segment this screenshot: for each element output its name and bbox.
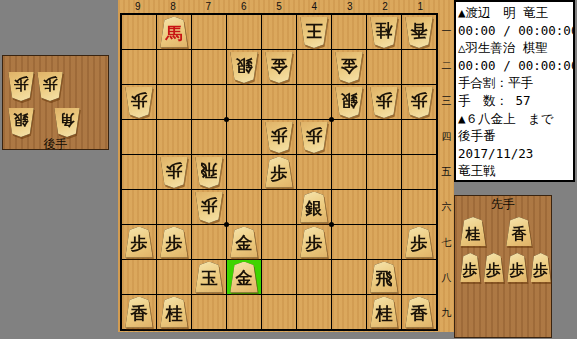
piece-sente-歩[interactable]: 歩 (160, 227, 188, 258)
piece-body: 歩 (125, 227, 153, 258)
piece-body: 金 (230, 262, 258, 293)
piece-sente-歩[interactable]: 歩 (507, 253, 528, 282)
piece-kanji: 香 (131, 305, 148, 322)
piece-body: 銀 (230, 52, 258, 83)
piece-kanji: 桂 (376, 22, 393, 39)
board-cell-3九[interactable] (332, 295, 366, 329)
piece-body: 銀 (335, 87, 363, 118)
piece-kanji: 香 (411, 22, 428, 39)
piece-gote-歩[interactable]: 歩 (370, 87, 398, 118)
piece-gote-歩[interactable]: 歩 (160, 157, 188, 188)
board-cell-4四[interactable]: 歩 (297, 120, 331, 154)
piece-gote-歩[interactable]: 歩 (405, 87, 433, 118)
piece-sente-玉[interactable]: 玉 (195, 262, 223, 293)
piece-sente-歩[interactable]: 歩 (300, 227, 328, 258)
piece-body: 歩 (460, 253, 481, 282)
board-cell-1五[interactable] (402, 155, 436, 189)
piece-kanji: 香 (512, 226, 527, 241)
piece-gote-歩[interactable]: 歩 (125, 87, 153, 118)
info-line: 手 数： 57 (458, 92, 573, 110)
board-cell-8二[interactable] (157, 50, 191, 84)
board-cell-5一[interactable] (262, 15, 296, 49)
piece-kanji: 歩 (131, 235, 148, 252)
board-cell-7七[interactable] (192, 225, 226, 259)
board-cell-6九[interactable] (227, 295, 261, 329)
piece-kanji: 歩 (43, 78, 58, 93)
board-cell-1六[interactable] (402, 190, 436, 224)
board-cell-4三[interactable] (297, 85, 331, 119)
piece-body: 歩 (160, 227, 188, 258)
board-cell-4八[interactable] (297, 260, 331, 294)
tray-row: 桂香 (455, 217, 551, 246)
board-cell-9九[interactable]: 香 (122, 295, 156, 329)
piece-sente-桂[interactable]: 桂 (460, 217, 486, 246)
sente-tray-label: 先手 (455, 197, 551, 211)
piece-kanji: 歩 (14, 78, 29, 93)
piece-body: 王 (300, 17, 328, 48)
piece-kanji: 金 (271, 57, 288, 74)
board-cell-3八[interactable] (332, 260, 366, 294)
piece-body: 飛 (195, 157, 223, 188)
piece-sente-歩[interactable]: 歩 (125, 227, 153, 258)
piece-sente-銀[interactable]: 銀 (300, 192, 328, 223)
board-cell-5六[interactable] (262, 190, 296, 224)
file-label: 8 (155, 0, 190, 13)
board-cell-6四[interactable] (227, 120, 261, 154)
board-cell-6五[interactable] (227, 155, 261, 189)
file-label: 1 (403, 0, 438, 13)
piece-kanji: 歩 (306, 235, 323, 252)
piece-gote-金[interactable]: 金 (265, 52, 293, 83)
board-cell-7五[interactable]: 飛 (192, 155, 226, 189)
info-panel: ▲渡辺 明 竜王00:00 / 00:00:00△羽生善治 棋聖00:00 / … (454, 0, 575, 182)
board-cell-7九[interactable] (192, 295, 226, 329)
board-cell-5四[interactable]: 歩 (262, 120, 296, 154)
rank-label: 二 (439, 48, 454, 83)
rank-label: 三 (439, 84, 454, 119)
board-cell-3三[interactable]: 銀 (332, 85, 366, 119)
gote-hand-pieces: 歩歩銀角 (3, 72, 108, 137)
piece-kanji: 金 (236, 270, 253, 287)
board-cell-1八[interactable] (402, 260, 436, 294)
board-cell-9二[interactable] (122, 50, 156, 84)
board-cell-2八[interactable]: 飛 (367, 260, 401, 294)
board-cell-5八[interactable] (262, 260, 296, 294)
file-label: 5 (261, 0, 296, 13)
piece-kanji: 王 (306, 22, 323, 39)
piece-body: 香 (405, 297, 433, 328)
piece-body: 銀 (300, 192, 328, 223)
piece-sente-香[interactable]: 香 (506, 217, 532, 246)
piece-gote-歩[interactable]: 歩 (8, 72, 34, 101)
board-cell-1二[interactable] (402, 50, 436, 84)
file-label: 7 (191, 0, 226, 13)
board-cell-9四[interactable] (122, 120, 156, 154)
piece-kanji: 歩 (486, 262, 501, 277)
board-cell-2二[interactable] (367, 50, 401, 84)
piece-body: 歩 (265, 122, 293, 153)
piece-sente-香[interactable]: 香 (125, 297, 153, 328)
rank-label: 六 (439, 190, 454, 225)
board-cell-2七[interactable] (367, 225, 401, 259)
gote-tray-label: 後手 (3, 137, 108, 151)
piece-kanji: 歩 (271, 127, 288, 144)
piece-kanji: 桂 (166, 305, 183, 322)
piece-kanji: 歩 (463, 262, 478, 277)
piece-body: 歩 (531, 253, 552, 282)
board-cell-1三[interactable]: 歩 (402, 85, 436, 119)
piece-sente-歩[interactable]: 歩 (460, 253, 481, 282)
board-cell-6二[interactable]: 銀 (227, 50, 261, 84)
info-line: 後手番 (458, 127, 573, 145)
board-cell-8五[interactable]: 歩 (157, 155, 191, 189)
piece-kanji: 銀 (306, 200, 323, 217)
board-cell-2九[interactable]: 桂 (367, 295, 401, 329)
board-cell-1四[interactable] (402, 120, 436, 154)
piece-gote-金[interactable]: 金 (335, 52, 363, 83)
info-line: △羽生善治 棋聖 (458, 39, 573, 57)
board-cell-1七[interactable]: 歩 (402, 225, 436, 259)
piece-body: 歩 (125, 87, 153, 118)
piece-kanji: 歩 (166, 235, 183, 252)
piece-kanji: 歩 (510, 262, 525, 277)
piece-body: 香 (405, 17, 433, 48)
info-line: 00:00 / 00:00:00 (458, 22, 573, 40)
board-cell-6三[interactable] (227, 85, 261, 119)
piece-gote-歩[interactable]: 歩 (37, 72, 63, 101)
board-cell-5七[interactable] (262, 225, 296, 259)
board-cell-7四[interactable] (192, 120, 226, 154)
star-point (224, 117, 229, 122)
piece-kanji: 玉 (201, 270, 218, 287)
piece-kanji: 歩 (411, 235, 428, 252)
piece-kanji: 歩 (166, 162, 183, 179)
board-cell-4五[interactable] (297, 155, 331, 189)
board-cell-5五[interactable]: 歩 (262, 155, 296, 189)
piece-gote-銀[interactable]: 銀 (8, 108, 34, 137)
piece-body: 銀 (8, 108, 34, 137)
board-cell-1九[interactable]: 香 (402, 295, 436, 329)
piece-sente-歩[interactable]: 歩 (405, 227, 433, 258)
board-cell-9五[interactable] (122, 155, 156, 189)
piece-body: 歩 (370, 87, 398, 118)
board-grid: 馬王桂香銀金金歩銀歩歩歩歩歩飛歩歩銀歩歩金歩歩玉金飛香桂桂香 (120, 13, 438, 331)
piece-gote-銀[interactable]: 銀 (335, 87, 363, 118)
tray-row: 歩歩歩歩 (455, 253, 551, 282)
info-line: ▲渡辺 明 竜王 (458, 4, 573, 22)
piece-sente-桂[interactable]: 桂 (370, 297, 398, 328)
piece-body: 飛 (370, 262, 398, 293)
piece-sente-金[interactable]: 金 (230, 262, 258, 293)
piece-kanji: 金 (341, 57, 358, 74)
rank-label: 五 (439, 154, 454, 189)
piece-gote-角[interactable]: 角 (54, 108, 80, 137)
piece-gote-歩[interactable]: 歩 (300, 122, 328, 153)
piece-kanji: 歩 (376, 92, 393, 109)
piece-sente-歩[interactable]: 歩 (265, 157, 293, 188)
board-cell-3二[interactable]: 金 (332, 50, 366, 84)
piece-gote-歩[interactable]: 歩 (265, 122, 293, 153)
rank-label: 九 (439, 296, 454, 331)
board-cell-3六[interactable] (332, 190, 366, 224)
piece-kanji: 角 (60, 114, 75, 129)
board-cell-7二[interactable] (192, 50, 226, 84)
board-cell-5九[interactable] (262, 295, 296, 329)
board-cell-4六[interactable]: 銀 (297, 190, 331, 224)
board-cell-4一[interactable]: 王 (297, 15, 331, 49)
piece-kanji: 香 (411, 305, 428, 322)
piece-gote-飛[interactable]: 飛 (195, 157, 223, 188)
file-label: 3 (332, 0, 367, 13)
tray-row: 銀角 (3, 108, 108, 137)
board-cell-8三[interactable] (157, 85, 191, 119)
board-cell-6七[interactable]: 金 (227, 225, 261, 259)
board-cell-3四[interactable] (332, 120, 366, 154)
info-line: ▲６八金上 まで (458, 110, 573, 128)
piece-kanji: 馬 (166, 25, 183, 42)
piece-sente-桂[interactable]: 桂 (160, 297, 188, 328)
info-line: 竜王戦 (458, 162, 573, 180)
piece-gote-王[interactable]: 王 (300, 17, 328, 48)
piece-gote-香[interactable]: 香 (405, 17, 433, 48)
piece-body: 歩 (405, 87, 433, 118)
piece-kanji: 歩 (271, 165, 288, 182)
piece-sente-飛[interactable]: 飛 (370, 262, 398, 293)
piece-gote-銀[interactable]: 銀 (230, 52, 258, 83)
piece-body: 香 (125, 297, 153, 328)
piece-body: 歩 (507, 253, 528, 282)
sente-captured-tray: 先手 桂香歩歩歩歩 (454, 195, 552, 338)
file-label: 4 (297, 0, 332, 13)
piece-body: 桂 (370, 17, 398, 48)
star-point (329, 222, 334, 227)
rank-label: 一 (439, 13, 454, 48)
board-cell-2五[interactable] (367, 155, 401, 189)
board-cell-6八[interactable]: 金 (227, 260, 261, 294)
board-cell-3五[interactable] (332, 155, 366, 189)
board-cell-6六[interactable] (227, 190, 261, 224)
piece-kanji: 金 (236, 235, 253, 252)
board-cell-3一[interactable] (332, 15, 366, 49)
piece-body: 歩 (195, 192, 223, 223)
board-cell-9一[interactable] (122, 15, 156, 49)
piece-kanji: 歩 (306, 127, 323, 144)
file-label: 2 (367, 0, 402, 13)
rank-label: 四 (439, 119, 454, 154)
piece-kanji: 銀 (14, 114, 29, 129)
board-cell-7三[interactable] (192, 85, 226, 119)
piece-kanji: 飛 (201, 162, 218, 179)
board-cell-2一[interactable]: 桂 (367, 15, 401, 49)
board-cell-5三[interactable] (262, 85, 296, 119)
board-cell-8九[interactable]: 桂 (157, 295, 191, 329)
piece-body: 桂 (460, 217, 486, 246)
info-line: 手合割：平手 (458, 74, 573, 92)
piece-body: 歩 (300, 227, 328, 258)
tray-row: 歩歩 (3, 72, 108, 101)
piece-body: 桂 (370, 297, 398, 328)
board-cell-1一[interactable]: 香 (402, 15, 436, 49)
piece-sente-金[interactable]: 金 (230, 227, 258, 258)
board-cell-3七[interactable] (332, 225, 366, 259)
board-cell-7八[interactable]: 玉 (192, 260, 226, 294)
piece-body: 歩 (484, 253, 505, 282)
sente-hand-pieces: 桂香歩歩歩歩 (455, 217, 551, 282)
piece-sente-歩[interactable]: 歩 (484, 253, 505, 282)
board-cell-4九[interactable] (297, 295, 331, 329)
rank-label: 八 (439, 260, 454, 295)
piece-body: 金 (335, 52, 363, 83)
board-cell-2六[interactable] (367, 190, 401, 224)
board-cell-8七[interactable]: 歩 (157, 225, 191, 259)
piece-body: 香 (506, 217, 532, 246)
board-cell-8一[interactable]: 馬 (157, 15, 191, 49)
piece-kanji: 歩 (201, 197, 218, 214)
piece-kanji: 桂 (466, 226, 481, 241)
board-cell-8四[interactable] (157, 120, 191, 154)
piece-kanji: 銀 (236, 57, 253, 74)
rank-label: 七 (439, 225, 454, 260)
board-cell-9八[interactable] (122, 260, 156, 294)
info-line: 00:00 / 00:00:00 (458, 57, 573, 75)
piece-sente-歩[interactable]: 歩 (531, 253, 552, 282)
piece-body: 桂 (160, 297, 188, 328)
piece-body: 角 (54, 108, 80, 137)
board-cell-9七[interactable]: 歩 (122, 225, 156, 259)
file-label: 6 (226, 0, 261, 13)
piece-kanji: 歩 (411, 92, 428, 109)
file-label: 9 (120, 0, 155, 13)
board-cell-7一[interactable] (192, 15, 226, 49)
board-cell-6一[interactable] (227, 15, 261, 49)
piece-kanji: 歩 (131, 92, 148, 109)
rank-labels: 一二三四五六七八九 (439, 13, 454, 331)
piece-body: 歩 (8, 72, 34, 101)
info-line: 2017/11/23 (458, 145, 573, 163)
piece-kanji: 飛 (376, 270, 393, 287)
board-cell-7六[interactable]: 歩 (192, 190, 226, 224)
gote-captured-tray: 歩歩銀角 後手 (2, 55, 109, 150)
file-labels: 987654321 (120, 0, 438, 13)
piece-body: 金 (265, 52, 293, 83)
piece-body: 歩 (37, 72, 63, 101)
piece-body: 歩 (160, 157, 188, 188)
piece-kanji: 歩 (533, 262, 548, 277)
board-cell-4二[interactable] (297, 50, 331, 84)
board-cell-2三[interactable]: 歩 (367, 85, 401, 119)
piece-sente-馬[interactable]: 馬 (160, 17, 188, 48)
board-cell-2四[interactable] (367, 120, 401, 154)
board-cell-8八[interactable] (157, 260, 191, 294)
piece-body: 馬 (160, 17, 188, 48)
star-point (224, 222, 229, 227)
board-cell-9六[interactable] (122, 190, 156, 224)
piece-sente-香[interactable]: 香 (405, 297, 433, 328)
board-cell-8六[interactable] (157, 190, 191, 224)
board-cell-4七[interactable]: 歩 (297, 225, 331, 259)
shogi-board: 987654321 馬王桂香銀金金歩銀歩歩歩歩歩飛歩歩銀歩歩金歩歩玉金飛香桂桂香… (118, 0, 454, 332)
piece-body: 金 (230, 227, 258, 258)
board-cell-9三[interactable]: 歩 (122, 85, 156, 119)
piece-body: 玉 (195, 262, 223, 293)
piece-gote-歩[interactable]: 歩 (195, 192, 223, 223)
board-cell-5二[interactable]: 金 (262, 50, 296, 84)
piece-kanji: 桂 (376, 305, 393, 322)
piece-body: 歩 (300, 122, 328, 153)
piece-gote-桂[interactable]: 桂 (370, 17, 398, 48)
piece-body: 歩 (265, 157, 293, 188)
piece-body: 歩 (405, 227, 433, 258)
piece-kanji: 銀 (341, 92, 358, 109)
star-point (329, 117, 334, 122)
